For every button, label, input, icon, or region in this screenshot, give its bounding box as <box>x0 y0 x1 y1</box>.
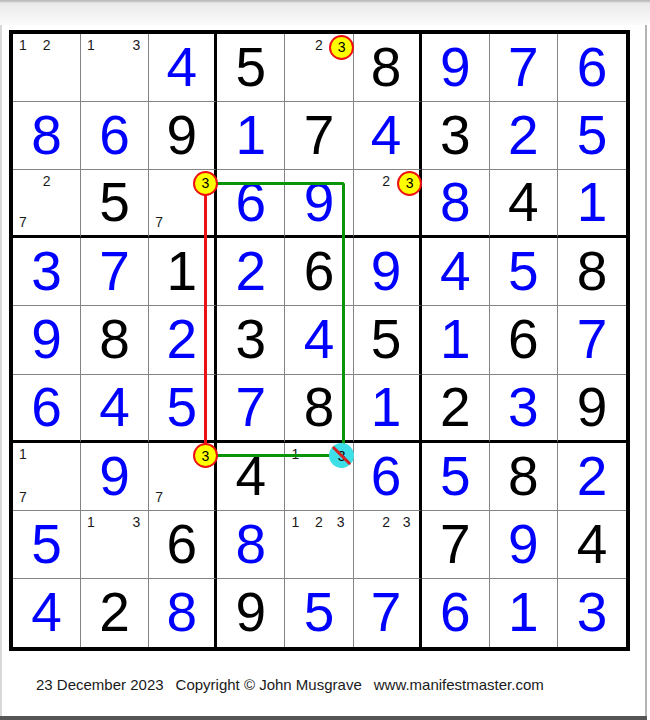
solved-digit: 4 <box>99 380 130 435</box>
pencil-mark: 7 <box>19 215 27 229</box>
cell-r8c4[interactable]: 8 <box>217 511 285 579</box>
cell-r6c9[interactable]: 9 <box>558 375 626 443</box>
cell-r9c1[interactable]: 4 <box>13 579 81 647</box>
cell-r8c9[interactable]: 4 <box>558 511 626 579</box>
pencil-mark: 2 <box>382 515 390 529</box>
cell-r4c4[interactable]: 2 <box>217 238 285 306</box>
given-digit: 1 <box>166 244 197 299</box>
pencil-mark: 2 <box>382 174 390 188</box>
cell-r5c9[interactable]: 7 <box>558 306 626 374</box>
cell-r9c4[interactable]: 9 <box>217 579 285 647</box>
pencil-mark: 2 <box>43 38 51 52</box>
solved-digit: 2 <box>508 108 539 163</box>
cell-r3c9[interactable]: 1 <box>558 170 626 238</box>
given-digit: 4 <box>577 517 608 572</box>
cell-r6c2[interactable]: 4 <box>81 375 149 443</box>
cell-r4c3[interactable]: 1 <box>149 238 217 306</box>
cell-r6c5[interactable]: 8 <box>285 375 353 443</box>
cell-r2c8[interactable]: 2 <box>490 102 558 170</box>
solved-digit: 9 <box>508 517 539 572</box>
cell-r7c4[interactable]: 4 <box>217 443 285 511</box>
cell-r3c6[interactable]: 2 <box>354 170 422 238</box>
solved-digit: 7 <box>577 312 608 367</box>
solved-digit: 9 <box>304 175 335 230</box>
solved-digit: 6 <box>371 449 402 504</box>
solved-digit: 2 <box>577 449 608 504</box>
cell-r2c5[interactable]: 7 <box>285 102 353 170</box>
pencil-mark: 7 <box>155 490 163 504</box>
pencil-mark: 3 <box>337 515 345 529</box>
solved-digit: 3 <box>577 585 608 640</box>
cell-r9c2[interactable]: 2 <box>81 579 149 647</box>
solved-digit: 5 <box>166 380 197 435</box>
cell-r3c2[interactable]: 5 <box>81 170 149 238</box>
cell-r7c5[interactable]: 1 <box>285 443 353 511</box>
solved-digit: 7 <box>236 380 267 435</box>
given-digit: 2 <box>440 380 471 435</box>
solved-digit: 1 <box>236 108 267 163</box>
cell-r6c1[interactable]: 6 <box>13 375 81 443</box>
solved-digit: 7 <box>99 244 130 299</box>
window-right-edge <box>645 25 647 720</box>
given-digit: 8 <box>304 380 335 435</box>
cell-r4c5[interactable]: 6 <box>285 238 353 306</box>
solved-digit: 4 <box>371 108 402 163</box>
cell-r1c8[interactable]: 7 <box>490 34 558 102</box>
cell-r7c6[interactable]: 6 <box>354 443 422 511</box>
solved-digit: 3 <box>31 244 62 299</box>
given-digit: 7 <box>440 517 471 572</box>
given-digit: 8 <box>508 449 539 504</box>
solved-digit: 4 <box>31 585 62 640</box>
given-digit: 4 <box>508 175 539 230</box>
cell-r1c3[interactable]: 4 <box>149 34 217 102</box>
cell-r3c7[interactable]: 8 <box>422 170 490 238</box>
cell-r4c6[interactable]: 9 <box>354 238 422 306</box>
cell-r5c5[interactable]: 4 <box>285 306 353 374</box>
given-digit: 9 <box>577 380 608 435</box>
cell-r5c8[interactable]: 6 <box>490 306 558 374</box>
cell-r5c4[interactable]: 3 <box>217 306 285 374</box>
footer: 23 December 2023 Copyright © John Musgra… <box>36 676 544 693</box>
given-digit: 4 <box>236 449 267 504</box>
cell-r2c9[interactable]: 5 <box>558 102 626 170</box>
solved-digit: 6 <box>31 380 62 435</box>
pencil-mark: 7 <box>19 490 27 504</box>
window-left-edge <box>0 25 2 720</box>
solved-digit: 1 <box>371 380 402 435</box>
cell-r3c5[interactable]: 9 <box>285 170 353 238</box>
pencil-mark: 2 <box>43 174 51 188</box>
cell-r8c2[interactable]: 13 <box>81 511 149 579</box>
cell-r7c9[interactable]: 2 <box>558 443 626 511</box>
pencil-mark: 1 <box>87 515 95 529</box>
given-digit: 3 <box>440 108 471 163</box>
solved-digit: 5 <box>508 244 539 299</box>
cell-r8c3[interactable]: 6 <box>149 511 217 579</box>
pencil-mark: 7 <box>155 215 163 229</box>
solved-digit: 9 <box>31 312 62 367</box>
pencil-mark: 1 <box>19 38 27 52</box>
solved-digit: 4 <box>166 40 197 95</box>
window-top-bar <box>0 0 650 25</box>
cell-r3c3[interactable]: 7 <box>149 170 217 238</box>
solved-digit: 8 <box>236 517 267 572</box>
solved-digit: 9 <box>371 244 402 299</box>
cell-r1c7[interactable]: 9 <box>422 34 490 102</box>
cell-r6c6[interactable]: 1 <box>354 375 422 443</box>
cell-r6c4[interactable]: 7 <box>217 375 285 443</box>
cell-r7c2[interactable]: 9 <box>81 443 149 511</box>
given-digit: 5 <box>371 312 402 367</box>
cell-r2c6[interactable]: 4 <box>354 102 422 170</box>
given-digit: 8 <box>371 40 402 95</box>
solved-digit: 8 <box>166 585 197 640</box>
pencil-mark: 1 <box>291 447 299 461</box>
cell-r6c7[interactable]: 2 <box>422 375 490 443</box>
solved-digit: 5 <box>304 585 335 640</box>
pencil-mark: 3 <box>132 515 140 529</box>
cell-r6c8[interactable]: 3 <box>490 375 558 443</box>
solved-digit: 6 <box>440 585 471 640</box>
given-digit: 9 <box>166 108 197 163</box>
cell-r9c6[interactable]: 7 <box>354 579 422 647</box>
cell-r1c9[interactable]: 6 <box>558 34 626 102</box>
pencil-mark: 3 <box>403 515 411 529</box>
solved-digit: 1 <box>577 175 608 230</box>
solved-digit: 7 <box>508 40 539 95</box>
cell-r2c2[interactable]: 6 <box>81 102 149 170</box>
solved-digit: 5 <box>31 517 62 572</box>
given-digit: 7 <box>304 108 335 163</box>
solved-digit: 2 <box>166 312 197 367</box>
cell-r8c7[interactable]: 7 <box>422 511 490 579</box>
cell-r2c1[interactable]: 8 <box>13 102 81 170</box>
cell-r4c8[interactable]: 5 <box>490 238 558 306</box>
footer-website: www.manifestmaster.com <box>374 676 544 693</box>
cell-r9c9[interactable]: 3 <box>558 579 626 647</box>
solved-digit: 8 <box>440 175 471 230</box>
pencil-mark: 1 <box>19 447 27 461</box>
solved-digit: 8 <box>31 108 62 163</box>
cell-r2c7[interactable]: 3 <box>422 102 490 170</box>
cell-r7c3[interactable]: 7 <box>149 443 217 511</box>
solved-digit: 2 <box>236 244 267 299</box>
cell-r5c1[interactable]: 9 <box>13 306 81 374</box>
window-bottom-edge <box>0 716 647 720</box>
cell-r5c3[interactable]: 2 <box>149 306 217 374</box>
cell-r3c4[interactable]: 6 <box>217 170 285 238</box>
cell-r8c6[interactable]: 23 <box>354 511 422 579</box>
given-digit: 8 <box>577 244 608 299</box>
pencil-mark: 3 <box>132 38 140 52</box>
cell-r1c6[interactable]: 8 <box>354 34 422 102</box>
solved-digit: 6 <box>577 40 608 95</box>
cell-r9c5[interactable]: 5 <box>285 579 353 647</box>
given-digit: 5 <box>99 175 130 230</box>
given-digit: 3 <box>236 312 267 367</box>
cell-r8c5[interactable]: 123 <box>285 511 353 579</box>
cell-r6c3[interactable]: 5 <box>149 375 217 443</box>
solved-digit: 4 <box>304 312 335 367</box>
solved-digit: 7 <box>371 585 402 640</box>
given-digit: 2 <box>99 585 130 640</box>
solved-digit: 3 <box>508 380 539 435</box>
footer-copyright: Copyright © John Musgrave <box>176 676 362 693</box>
cell-r4c9[interactable]: 8 <box>558 238 626 306</box>
solved-digit: 9 <box>440 40 471 95</box>
solved-digit: 4 <box>440 244 471 299</box>
cell-r7c1[interactable]: 17 <box>13 443 81 511</box>
cell-r1c2[interactable]: 13 <box>81 34 149 102</box>
pencil-mark: 2 <box>315 38 323 52</box>
given-digit: 9 <box>236 585 267 640</box>
cell-r8c8[interactable]: 9 <box>490 511 558 579</box>
pencil-mark: 1 <box>87 38 95 52</box>
solved-digit: 9 <box>99 449 130 504</box>
given-digit: 6 <box>166 517 197 572</box>
cell-r2c4[interactable]: 1 <box>217 102 285 170</box>
cell-r4c1[interactable]: 3 <box>13 238 81 306</box>
cell-r1c5[interactable]: 2 <box>285 34 353 102</box>
solved-digit: 1 <box>440 312 471 367</box>
cell-r9c7[interactable]: 6 <box>422 579 490 647</box>
pencil-mark: 1 <box>291 515 299 529</box>
footer-date: 23 December 2023 <box>36 676 164 693</box>
cell-r3c8[interactable]: 4 <box>490 170 558 238</box>
given-digit: 5 <box>236 40 267 95</box>
cell-r9c3[interactable]: 8 <box>149 579 217 647</box>
given-digit: 6 <box>304 244 335 299</box>
solved-digit: 1 <box>508 585 539 640</box>
solved-digit: 6 <box>99 108 130 163</box>
cell-r7c7[interactable]: 5 <box>422 443 490 511</box>
pencil-mark: 2 <box>315 515 323 529</box>
cell-r9c8[interactable]: 1 <box>490 579 558 647</box>
cell-r1c1[interactable]: 12 <box>13 34 81 102</box>
cell-r5c2[interactable]: 8 <box>81 306 149 374</box>
cell-r1c4[interactable]: 5 <box>217 34 285 102</box>
cell-r5c7[interactable]: 1 <box>422 306 490 374</box>
given-digit: 6 <box>508 312 539 367</box>
cell-r8c1[interactable]: 5 <box>13 511 81 579</box>
solved-digit: 5 <box>577 108 608 163</box>
sudoku-board: 1213452897686917432527576928413712694589… <box>9 30 630 651</box>
cell-r4c2[interactable]: 7 <box>81 238 149 306</box>
cell-r5c6[interactable]: 5 <box>354 306 422 374</box>
cell-r2c3[interactable]: 9 <box>149 102 217 170</box>
cell-r4c7[interactable]: 4 <box>422 238 490 306</box>
solved-digit: 6 <box>236 175 267 230</box>
solved-digit: 5 <box>440 449 471 504</box>
cell-r7c8[interactable]: 8 <box>490 443 558 511</box>
given-digit: 8 <box>99 312 130 367</box>
cell-r3c1[interactable]: 27 <box>13 170 81 238</box>
